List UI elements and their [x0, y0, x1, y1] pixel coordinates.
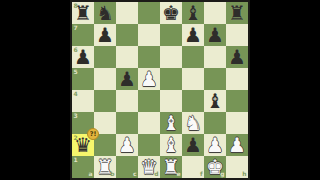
- board-grid: ?! 8♜♞♚♝♜7♟♟♟6♟♟5♟♟4♝3♝♞2♛♟♝♟♟♟1ab♜cd♛e♜…: [72, 2, 248, 178]
- square-a1[interactable]: 1a: [72, 156, 94, 178]
- square-c5[interactable]: ♟: [116, 68, 138, 90]
- square-h5[interactable]: [226, 68, 248, 90]
- square-e4[interactable]: [160, 90, 182, 112]
- square-c1[interactable]: c: [116, 156, 138, 178]
- piece-black-bishop[interactable]: ♝: [184, 2, 202, 24]
- piece-black-pawn[interactable]: ♟: [184, 134, 202, 156]
- square-h3[interactable]: [226, 112, 248, 134]
- rank-label-6: 6: [74, 47, 78, 53]
- piece-white-bishop[interactable]: ♝: [162, 134, 180, 156]
- square-d4[interactable]: [138, 90, 160, 112]
- rank-label-7: 7: [74, 25, 78, 31]
- square-d8[interactable]: [138, 2, 160, 24]
- square-f8[interactable]: ♝: [182, 2, 204, 24]
- piece-black-pawn[interactable]: ♟: [96, 24, 114, 46]
- file-label-c: c: [133, 171, 137, 177]
- square-e6[interactable]: [160, 46, 182, 68]
- square-d1[interactable]: d♛: [138, 156, 160, 178]
- chess-board: ?! 8♜♞♚♝♜7♟♟♟6♟♟5♟♟4♝3♝♞2♛♟♝♟♟♟1ab♜cd♛e♜…: [70, 0, 250, 180]
- square-g3[interactable]: [204, 112, 226, 134]
- square-a8[interactable]: 8♜: [72, 2, 94, 24]
- piece-black-pawn[interactable]: ♟: [118, 68, 136, 90]
- square-d3[interactable]: [138, 112, 160, 134]
- square-a6[interactable]: 6♟: [72, 46, 94, 68]
- rank-label-4: 4: [74, 91, 78, 97]
- square-b4[interactable]: [94, 90, 116, 112]
- square-d6[interactable]: [138, 46, 160, 68]
- square-g7[interactable]: ♟: [204, 24, 226, 46]
- piece-black-bishop[interactable]: ♝: [206, 90, 224, 112]
- piece-white-pawn[interactable]: ♟: [206, 134, 224, 156]
- square-f1[interactable]: f: [182, 156, 204, 178]
- file-label-a: a: [88, 171, 92, 177]
- left-letterbox: [0, 0, 70, 180]
- right-letterbox: [250, 0, 320, 180]
- rank-label-5: 5: [74, 69, 78, 75]
- file-label-d: d: [154, 171, 158, 177]
- square-e7[interactable]: [160, 24, 182, 46]
- square-h7[interactable]: [226, 24, 248, 46]
- square-h4[interactable]: [226, 90, 248, 112]
- file-label-h: h: [242, 171, 246, 177]
- square-e8[interactable]: ♚: [160, 2, 182, 24]
- square-g5[interactable]: [204, 68, 226, 90]
- square-f2[interactable]: ♟: [182, 134, 204, 156]
- square-a5[interactable]: 5: [72, 68, 94, 90]
- piece-black-king[interactable]: ♚: [162, 2, 180, 24]
- file-label-b: b: [110, 171, 114, 177]
- square-f5[interactable]: [182, 68, 204, 90]
- square-b6[interactable]: [94, 46, 116, 68]
- square-b5[interactable]: [94, 68, 116, 90]
- file-label-e: e: [176, 171, 180, 177]
- square-c3[interactable]: [116, 112, 138, 134]
- square-a4[interactable]: 4: [72, 90, 94, 112]
- square-b7[interactable]: ♟: [94, 24, 116, 46]
- video-frame: ?! 8♜♞♚♝♜7♟♟♟6♟♟5♟♟4♝3♝♞2♛♟♝♟♟♟1ab♜cd♛e♜…: [0, 0, 320, 180]
- square-h8[interactable]: ♜: [226, 2, 248, 24]
- square-g4[interactable]: ♝: [204, 90, 226, 112]
- rank-label-2: 2: [74, 135, 78, 141]
- rank-label-1: 1: [74, 157, 78, 163]
- square-c7[interactable]: [116, 24, 138, 46]
- square-a7[interactable]: 7: [72, 24, 94, 46]
- rank-label-8: 8: [74, 3, 78, 9]
- square-d2[interactable]: [138, 134, 160, 156]
- square-e1[interactable]: e♜: [160, 156, 182, 178]
- piece-black-knight[interactable]: ♞: [96, 2, 114, 24]
- square-d5[interactable]: ♟: [138, 68, 160, 90]
- square-c6[interactable]: [116, 46, 138, 68]
- piece-black-pawn[interactable]: ♟: [184, 24, 202, 46]
- piece-white-pawn[interactable]: ♟: [118, 134, 136, 156]
- square-e3[interactable]: ♝: [160, 112, 182, 134]
- piece-white-pawn[interactable]: ♟: [228, 134, 246, 156]
- square-g6[interactable]: [204, 46, 226, 68]
- square-f3[interactable]: ♞: [182, 112, 204, 134]
- square-f4[interactable]: [182, 90, 204, 112]
- square-c2[interactable]: ♟: [116, 134, 138, 156]
- square-f6[interactable]: [182, 46, 204, 68]
- piece-white-pawn[interactable]: ♟: [140, 68, 158, 90]
- square-h2[interactable]: ♟: [226, 134, 248, 156]
- square-g2[interactable]: ♟: [204, 134, 226, 156]
- file-label-f: f: [200, 171, 203, 177]
- square-g8[interactable]: [204, 2, 226, 24]
- square-h1[interactable]: h: [226, 156, 248, 178]
- piece-black-pawn[interactable]: ♟: [228, 46, 246, 68]
- square-e2[interactable]: ♝: [160, 134, 182, 156]
- piece-white-bishop[interactable]: ♝: [162, 112, 180, 134]
- square-c4[interactable]: [116, 90, 138, 112]
- square-h6[interactable]: ♟: [226, 46, 248, 68]
- inaccuracy-badge: ?!: [87, 128, 99, 140]
- square-g1[interactable]: g♚: [204, 156, 226, 178]
- square-c8[interactable]: [116, 2, 138, 24]
- piece-black-rook[interactable]: ♜: [228, 2, 246, 24]
- square-b1[interactable]: b♜: [94, 156, 116, 178]
- square-d7[interactable]: [138, 24, 160, 46]
- file-label-g: g: [220, 171, 224, 177]
- piece-white-knight[interactable]: ♞: [184, 112, 202, 134]
- piece-black-pawn[interactable]: ♟: [206, 24, 224, 46]
- square-f7[interactable]: ♟: [182, 24, 204, 46]
- square-b8[interactable]: ♞: [94, 2, 116, 24]
- square-e5[interactable]: [160, 68, 182, 90]
- rank-label-3: 3: [74, 113, 78, 119]
